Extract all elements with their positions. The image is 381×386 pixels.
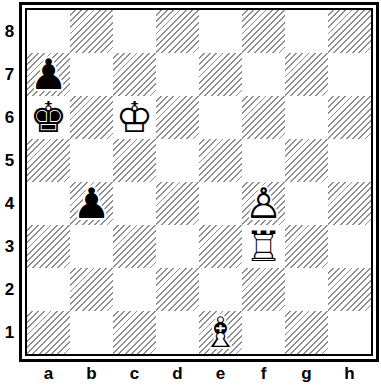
square-h1[interactable] [328, 311, 371, 354]
square-e6[interactable] [199, 96, 242, 139]
black-pawn-icon: ♟ [30, 54, 68, 96]
file-label-a: a [27, 362, 70, 386]
square-d7[interactable] [156, 53, 199, 96]
rank-label-3: 3 [0, 225, 19, 268]
piece-halo: ♚ [30, 97, 68, 139]
file-label-b: b [70, 362, 113, 386]
file-label-h: h [328, 362, 371, 386]
square-h3[interactable] [328, 225, 371, 268]
square-c3[interactable] [113, 225, 156, 268]
file-labels: a b c d e f g h [27, 362, 371, 386]
square-a3[interactable] [27, 225, 70, 268]
square-f1[interactable] [242, 311, 285, 354]
rank-label-7: 7 [0, 53, 19, 96]
black-king-a6[interactable]: ♚♚ [27, 96, 70, 139]
square-g1[interactable] [285, 311, 328, 354]
square-a6[interactable]: ♚♚ [27, 96, 70, 139]
rank-label-6: 6 [0, 96, 19, 139]
square-c7[interactable] [113, 53, 156, 96]
board-frame: ♟♟♚♚♚♔♟♟♟♙♜♖♝♗ [19, 2, 379, 362]
rank-label-2: 2 [0, 268, 19, 311]
square-a4[interactable] [27, 182, 70, 225]
square-a8[interactable] [27, 10, 70, 53]
square-e5[interactable] [199, 139, 242, 182]
white-king-c6[interactable]: ♚♔ [113, 96, 156, 139]
black-pawn-icon: ♟ [73, 183, 111, 225]
square-d6[interactable] [156, 96, 199, 139]
piece-halo: ♟ [73, 183, 111, 225]
square-f5[interactable] [242, 139, 285, 182]
black-pawn-b4[interactable]: ♟♟ [70, 182, 113, 225]
square-c4[interactable] [113, 182, 156, 225]
square-a5[interactable] [27, 139, 70, 182]
file-label-d: d [156, 362, 199, 386]
file-label-g: g [285, 362, 328, 386]
black-pawn-a7[interactable]: ♟♟ [27, 53, 70, 96]
rank-label-4: 4 [0, 182, 19, 225]
square-d2[interactable] [156, 268, 199, 311]
piece-halo: ♚ [116, 97, 154, 139]
square-e8[interactable] [199, 10, 242, 53]
square-h4[interactable] [328, 182, 371, 225]
square-c5[interactable] [113, 139, 156, 182]
square-e2[interactable] [199, 268, 242, 311]
rank-label-1: 1 [0, 311, 19, 354]
square-f3[interactable]: ♜♖ [242, 225, 285, 268]
square-b3[interactable] [70, 225, 113, 268]
black-king-icon: ♚ [30, 97, 68, 139]
square-f7[interactable] [242, 53, 285, 96]
square-f2[interactable] [242, 268, 285, 311]
square-f4[interactable]: ♟♙ [242, 182, 285, 225]
white-king-icon: ♔ [116, 97, 154, 139]
square-h8[interactable] [328, 10, 371, 53]
square-b7[interactable] [70, 53, 113, 96]
board-inner-frame: ♟♟♚♚♚♔♟♟♟♙♜♖♝♗ [25, 8, 373, 356]
square-e4[interactable] [199, 182, 242, 225]
square-d5[interactable] [156, 139, 199, 182]
file-label-c: c [113, 362, 156, 386]
square-a1[interactable] [27, 311, 70, 354]
white-rook-f3[interactable]: ♜♖ [242, 225, 285, 268]
file-label-f: f [242, 362, 285, 386]
square-h6[interactable] [328, 96, 371, 139]
square-c1[interactable] [113, 311, 156, 354]
square-c6[interactable]: ♚♔ [113, 96, 156, 139]
square-e7[interactable] [199, 53, 242, 96]
square-g2[interactable] [285, 268, 328, 311]
square-g4[interactable] [285, 182, 328, 225]
white-bishop-e1[interactable]: ♝♗ [199, 311, 242, 354]
square-g6[interactable] [285, 96, 328, 139]
square-b6[interactable] [70, 96, 113, 139]
rank-labels: 8 7 6 5 4 3 2 1 [0, 10, 19, 354]
white-pawn-f4[interactable]: ♟♙ [242, 182, 285, 225]
square-d4[interactable] [156, 182, 199, 225]
square-d8[interactable] [156, 10, 199, 53]
square-c8[interactable] [113, 10, 156, 53]
square-b4[interactable]: ♟♟ [70, 182, 113, 225]
piece-halo: ♟ [245, 183, 283, 225]
square-b8[interactable] [70, 10, 113, 53]
square-b2[interactable] [70, 268, 113, 311]
rank-label-5: 5 [0, 139, 19, 182]
square-a7[interactable]: ♟♟ [27, 53, 70, 96]
square-a2[interactable] [27, 268, 70, 311]
square-b5[interactable] [70, 139, 113, 182]
file-label-e: e [199, 362, 242, 386]
square-c2[interactable] [113, 268, 156, 311]
piece-halo: ♜ [245, 226, 283, 268]
rank-label-8: 8 [0, 10, 19, 53]
square-h5[interactable] [328, 139, 371, 182]
piece-halo: ♟ [30, 54, 68, 96]
chess-diagram: 8 7 6 5 4 3 2 1 ♟♟♚♚♚♔♟♟♟♙♜♖♝♗ a b c d e… [0, 0, 381, 386]
square-e3[interactable] [199, 225, 242, 268]
square-d1[interactable] [156, 311, 199, 354]
white-bishop-icon: ♗ [202, 312, 240, 354]
square-f8[interactable] [242, 10, 285, 53]
white-pawn-icon: ♙ [245, 183, 283, 225]
square-e1[interactable]: ♝♗ [199, 311, 242, 354]
square-g5[interactable] [285, 139, 328, 182]
square-h2[interactable] [328, 268, 371, 311]
square-g8[interactable] [285, 10, 328, 53]
square-f6[interactable] [242, 96, 285, 139]
piece-halo: ♝ [202, 312, 240, 354]
board-grid[interactable]: ♟♟♚♚♚♔♟♟♟♙♜♖♝♗ [27, 10, 371, 354]
square-g7[interactable] [285, 53, 328, 96]
square-b1[interactable] [70, 311, 113, 354]
white-rook-icon: ♖ [245, 226, 283, 268]
square-h7[interactable] [328, 53, 371, 96]
square-d3[interactable] [156, 225, 199, 268]
square-g3[interactable] [285, 225, 328, 268]
